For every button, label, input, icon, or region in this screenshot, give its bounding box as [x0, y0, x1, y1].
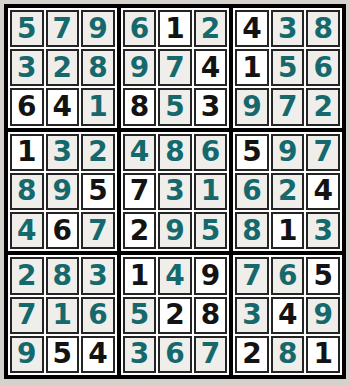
cell-r4c3[interactable]: 2	[81, 134, 115, 171]
cell-r1c1[interactable]: 5	[10, 10, 44, 47]
cell-r1c3[interactable]: 9	[81, 10, 115, 47]
cell-r8c3[interactable]: 6	[81, 297, 115, 334]
cell-r2c5[interactable]: 7	[158, 49, 192, 86]
cell-r7c7[interactable]: 7	[235, 257, 269, 294]
cell-r9c9[interactable]: 1	[306, 336, 340, 373]
cell-r6c2[interactable]: 6	[46, 212, 80, 249]
cell-r6c3[interactable]: 7	[81, 212, 115, 249]
cell-r6c6[interactable]: 5	[194, 212, 228, 249]
box-8: 149528367	[121, 255, 230, 375]
cell-r5c6[interactable]: 1	[194, 173, 228, 210]
cell-r4c2[interactable]: 3	[46, 134, 80, 171]
cell-r5c2[interactable]: 9	[46, 173, 80, 210]
cell-r8c8[interactable]: 4	[271, 297, 305, 334]
cell-r2c2[interactable]: 2	[46, 49, 80, 86]
cell-r1c5[interactable]: 1	[158, 10, 192, 47]
cell-r8c2[interactable]: 1	[46, 297, 80, 334]
cell-r9c5[interactable]: 6	[158, 336, 192, 373]
cell-r3c7[interactable]: 9	[235, 88, 269, 125]
box-7: 283716954	[8, 255, 117, 375]
cell-r7c9[interactable]: 5	[306, 257, 340, 294]
cell-r8c1[interactable]: 7	[10, 297, 44, 334]
cell-r5c5[interactable]: 3	[158, 173, 192, 210]
cell-r6c7[interactable]: 8	[235, 212, 269, 249]
cell-r4c8[interactable]: 9	[271, 134, 305, 171]
cell-r1c9[interactable]: 8	[306, 10, 340, 47]
cell-r5c7[interactable]: 6	[235, 173, 269, 210]
cell-r5c1[interactable]: 8	[10, 173, 44, 210]
cell-r2c7[interactable]: 1	[235, 49, 269, 86]
box-3: 438156972	[233, 8, 342, 128]
cell-r1c7[interactable]: 4	[235, 10, 269, 47]
box-4: 132895467	[8, 132, 117, 252]
box-5: 486731295	[121, 132, 230, 252]
cell-r3c6[interactable]: 3	[194, 88, 228, 125]
cell-r1c8[interactable]: 3	[271, 10, 305, 47]
cell-r3c9[interactable]: 2	[306, 88, 340, 125]
cell-r5c9[interactable]: 4	[306, 173, 340, 210]
cell-r3c1[interactable]: 6	[10, 88, 44, 125]
cell-r8c6[interactable]: 8	[194, 297, 228, 334]
cell-r2c9[interactable]: 6	[306, 49, 340, 86]
cell-r2c4[interactable]: 9	[123, 49, 157, 86]
cell-r7c8[interactable]: 6	[271, 257, 305, 294]
cell-r9c3[interactable]: 4	[81, 336, 115, 373]
box-9: 765349281	[233, 255, 342, 375]
cell-r2c1[interactable]: 3	[10, 49, 44, 86]
cell-r9c6[interactable]: 7	[194, 336, 228, 373]
cell-r5c8[interactable]: 2	[271, 173, 305, 210]
cell-r4c5[interactable]: 8	[158, 134, 192, 171]
cell-r3c2[interactable]: 4	[46, 88, 80, 125]
cell-r2c6[interactable]: 4	[194, 49, 228, 86]
cell-r3c3[interactable]: 1	[81, 88, 115, 125]
cell-r2c3[interactable]: 8	[81, 49, 115, 86]
cell-r9c1[interactable]: 9	[10, 336, 44, 373]
cell-r8c9[interactable]: 9	[306, 297, 340, 334]
sudoku-board: 5793286416129748534381569721328954674867…	[4, 4, 346, 379]
cell-r6c8[interactable]: 1	[271, 212, 305, 249]
cell-r4c4[interactable]: 4	[123, 134, 157, 171]
cell-r7c4[interactable]: 1	[123, 257, 157, 294]
cell-r4c6[interactable]: 6	[194, 134, 228, 171]
cell-r5c4[interactable]: 7	[123, 173, 157, 210]
cell-r7c5[interactable]: 4	[158, 257, 192, 294]
cell-r6c1[interactable]: 4	[10, 212, 44, 249]
cell-r6c5[interactable]: 9	[158, 212, 192, 249]
cell-r7c1[interactable]: 2	[10, 257, 44, 294]
box-1: 579328641	[8, 8, 117, 128]
cell-r9c8[interactable]: 8	[271, 336, 305, 373]
cell-r1c4[interactable]: 6	[123, 10, 157, 47]
page-background: 5793286416129748534381569721328954674867…	[0, 0, 350, 386]
cell-r4c1[interactable]: 1	[10, 134, 44, 171]
cell-r7c6[interactable]: 9	[194, 257, 228, 294]
cell-r3c8[interactable]: 7	[271, 88, 305, 125]
cell-r3c5[interactable]: 5	[158, 88, 192, 125]
cell-r4c9[interactable]: 7	[306, 134, 340, 171]
cell-r8c5[interactable]: 2	[158, 297, 192, 334]
cell-r9c2[interactable]: 5	[46, 336, 80, 373]
cell-r3c4[interactable]: 8	[123, 88, 157, 125]
box-6: 597624813	[233, 132, 342, 252]
cell-r9c7[interactable]: 2	[235, 336, 269, 373]
cell-r7c2[interactable]: 8	[46, 257, 80, 294]
cell-r2c8[interactable]: 5	[271, 49, 305, 86]
cell-r6c9[interactable]: 3	[306, 212, 340, 249]
cell-r9c4[interactable]: 3	[123, 336, 157, 373]
cell-r1c6[interactable]: 2	[194, 10, 228, 47]
cell-r7c3[interactable]: 3	[81, 257, 115, 294]
cell-r8c4[interactable]: 5	[123, 297, 157, 334]
cell-r1c2[interactable]: 7	[46, 10, 80, 47]
cell-r8c7[interactable]: 3	[235, 297, 269, 334]
box-2: 612974853	[121, 8, 230, 128]
cell-r4c7[interactable]: 5	[235, 134, 269, 171]
cell-r6c4[interactable]: 2	[123, 212, 157, 249]
cell-r5c3[interactable]: 5	[81, 173, 115, 210]
